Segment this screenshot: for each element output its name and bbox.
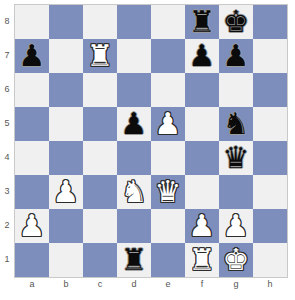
square-f4[interactable]	[185, 141, 219, 175]
rank-label-7: 7	[0, 38, 14, 72]
square-e7[interactable]	[151, 39, 185, 73]
rank-label-6: 6	[0, 72, 14, 106]
piece-white-rook[interactable]: ♜	[189, 243, 216, 277]
square-b6[interactable]	[49, 73, 83, 107]
chess-diagram: 87654321 ♜♚♟♜♟♟♟♟♞♛♟♞♛♟♟♟♜♜♚ abcdefgh	[0, 0, 295, 300]
square-d7[interactable]	[117, 39, 151, 73]
rank-label-1: 1	[0, 242, 14, 276]
square-g2[interactable]: ♟	[219, 209, 253, 243]
square-g7[interactable]: ♟	[219, 39, 253, 73]
square-c6[interactable]	[83, 73, 117, 107]
rank-label-5: 5	[0, 106, 14, 140]
square-b1[interactable]	[49, 243, 83, 277]
file-label-g: g	[219, 279, 253, 289]
square-a4[interactable]	[15, 141, 49, 175]
square-g3[interactable]	[219, 175, 253, 209]
square-c5[interactable]	[83, 107, 117, 141]
file-label-d: d	[117, 279, 151, 289]
piece-black-rook[interactable]: ♜	[121, 243, 148, 277]
square-b8[interactable]	[49, 5, 83, 39]
square-a3[interactable]	[15, 175, 49, 209]
square-e5[interactable]: ♟	[151, 107, 185, 141]
piece-black-pawn[interactable]: ♟	[121, 107, 148, 141]
square-e3[interactable]: ♛	[151, 175, 185, 209]
square-e1[interactable]	[151, 243, 185, 277]
square-e6[interactable]	[151, 73, 185, 107]
square-b7[interactable]	[49, 39, 83, 73]
square-c8[interactable]	[83, 5, 117, 39]
square-f3[interactable]	[185, 175, 219, 209]
square-a5[interactable]	[15, 107, 49, 141]
square-d6[interactable]	[117, 73, 151, 107]
square-b4[interactable]	[49, 141, 83, 175]
square-g1[interactable]: ♚	[219, 243, 253, 277]
rank-labels: 87654321	[0, 4, 14, 276]
square-g5[interactable]: ♞	[219, 107, 253, 141]
rank-label-3: 3	[0, 174, 14, 208]
square-f2[interactable]: ♟	[185, 209, 219, 243]
file-labels: abcdefgh	[15, 279, 287, 289]
square-a6[interactable]	[15, 73, 49, 107]
square-d8[interactable]	[117, 5, 151, 39]
piece-white-pawn[interactable]: ♟	[223, 209, 250, 243]
square-g4[interactable]: ♛	[219, 141, 253, 175]
square-c4[interactable]	[83, 141, 117, 175]
file-label-b: b	[49, 279, 83, 289]
square-d2[interactable]	[117, 209, 151, 243]
square-e4[interactable]	[151, 141, 185, 175]
piece-white-pawn[interactable]: ♟	[19, 209, 46, 243]
square-h4[interactable]	[253, 141, 287, 175]
piece-black-pawn[interactable]: ♟	[19, 39, 46, 73]
file-label-e: e	[151, 279, 185, 289]
piece-white-rook[interactable]: ♜	[87, 39, 114, 73]
square-a2[interactable]: ♟	[15, 209, 49, 243]
piece-black-rook[interactable]: ♜	[189, 5, 216, 39]
piece-white-knight[interactable]: ♞	[121, 175, 148, 209]
piece-white-pawn[interactable]: ♟	[189, 209, 216, 243]
square-h3[interactable]	[253, 175, 287, 209]
square-f5[interactable]	[185, 107, 219, 141]
square-b2[interactable]	[49, 209, 83, 243]
square-c3[interactable]	[83, 175, 117, 209]
piece-black-queen[interactable]: ♛	[223, 141, 250, 175]
square-h2[interactable]	[253, 209, 287, 243]
chess-board: ♜♚♟♜♟♟♟♟♞♛♟♞♛♟♟♟♜♜♚	[14, 4, 288, 278]
square-h6[interactable]	[253, 73, 287, 107]
square-a1[interactable]	[15, 243, 49, 277]
file-label-h: h	[253, 279, 287, 289]
piece-white-king[interactable]: ♚	[223, 243, 250, 277]
square-c2[interactable]	[83, 209, 117, 243]
square-c1[interactable]	[83, 243, 117, 277]
square-f7[interactable]: ♟	[185, 39, 219, 73]
square-f8[interactable]: ♜	[185, 5, 219, 39]
square-d1[interactable]: ♜	[117, 243, 151, 277]
square-b5[interactable]	[49, 107, 83, 141]
square-a7[interactable]: ♟	[15, 39, 49, 73]
square-f6[interactable]	[185, 73, 219, 107]
square-d4[interactable]	[117, 141, 151, 175]
square-h8[interactable]	[253, 5, 287, 39]
square-b3[interactable]: ♟	[49, 175, 83, 209]
square-h7[interactable]	[253, 39, 287, 73]
piece-black-pawn[interactable]: ♟	[189, 39, 216, 73]
square-h1[interactable]	[253, 243, 287, 277]
square-d5[interactable]: ♟	[117, 107, 151, 141]
piece-white-pawn[interactable]: ♟	[155, 107, 182, 141]
rank-label-8: 8	[0, 4, 14, 38]
file-label-c: c	[83, 279, 117, 289]
square-h5[interactable]	[253, 107, 287, 141]
piece-black-pawn[interactable]: ♟	[223, 39, 250, 73]
piece-black-king[interactable]: ♚	[223, 5, 250, 39]
file-label-a: a	[15, 279, 49, 289]
square-e8[interactable]	[151, 5, 185, 39]
square-d3[interactable]: ♞	[117, 175, 151, 209]
piece-white-queen[interactable]: ♛	[155, 175, 182, 209]
square-f1[interactable]: ♜	[185, 243, 219, 277]
square-g8[interactable]: ♚	[219, 5, 253, 39]
square-g6[interactable]	[219, 73, 253, 107]
rank-label-4: 4	[0, 140, 14, 174]
rank-label-2: 2	[0, 208, 14, 242]
square-e2[interactable]	[151, 209, 185, 243]
piece-white-pawn[interactable]: ♟	[53, 175, 80, 209]
file-label-f: f	[185, 279, 219, 289]
piece-black-knight[interactable]: ♞	[223, 107, 250, 141]
square-a8[interactable]	[15, 5, 49, 39]
square-c7[interactable]: ♜	[83, 39, 117, 73]
